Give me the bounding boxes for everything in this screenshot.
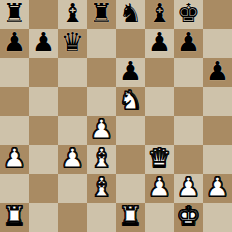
square-h1[interactable] — [203, 203, 232, 232]
square-g8[interactable]: ♚ — [174, 0, 203, 29]
square-d6[interactable] — [87, 58, 116, 87]
square-a4[interactable] — [0, 116, 29, 145]
square-a7[interactable]: ♟ — [0, 29, 29, 58]
square-f1[interactable] — [145, 203, 174, 232]
square-e7[interactable] — [116, 29, 145, 58]
square-e3[interactable] — [116, 145, 145, 174]
white-queen: ♛ — [148, 144, 171, 173]
white-bishop: ♝ — [90, 173, 113, 202]
black-bishop: ♝ — [148, 0, 171, 28]
square-g7[interactable]: ♟ — [174, 29, 203, 58]
square-g4[interactable] — [174, 116, 203, 145]
square-g3[interactable] — [174, 145, 203, 174]
square-a3[interactable]: ♟ — [0, 145, 29, 174]
black-pawn: ♟ — [177, 28, 200, 57]
square-d7[interactable] — [87, 29, 116, 58]
white-pawn: ♟ — [177, 173, 200, 202]
square-b7[interactable]: ♟ — [29, 29, 58, 58]
white-pawn: ♟ — [206, 173, 229, 202]
square-f6[interactable] — [145, 58, 174, 87]
square-c2[interactable] — [58, 174, 87, 203]
square-b3[interactable] — [29, 145, 58, 174]
square-e2[interactable] — [116, 174, 145, 203]
square-c4[interactable] — [58, 116, 87, 145]
black-pawn: ♟ — [119, 57, 142, 86]
square-c8[interactable]: ♝ — [58, 0, 87, 29]
square-h4[interactable] — [203, 116, 232, 145]
square-d2[interactable]: ♝ — [87, 174, 116, 203]
square-g5[interactable] — [174, 87, 203, 116]
square-b6[interactable] — [29, 58, 58, 87]
square-c7[interactable]: ♛ — [58, 29, 87, 58]
square-h7[interactable] — [203, 29, 232, 58]
square-b4[interactable] — [29, 116, 58, 145]
black-king: ♚ — [177, 0, 200, 28]
square-d5[interactable] — [87, 87, 116, 116]
white-rook: ♜ — [119, 202, 142, 231]
square-f8[interactable]: ♝ — [145, 0, 174, 29]
black-pawn: ♟ — [3, 28, 26, 57]
square-g2[interactable]: ♟ — [174, 174, 203, 203]
white-pawn: ♟ — [3, 144, 26, 173]
square-a5[interactable] — [0, 87, 29, 116]
square-f5[interactable] — [145, 87, 174, 116]
white-bishop: ♝ — [90, 144, 113, 173]
square-h2[interactable]: ♟ — [203, 174, 232, 203]
black-knight: ♞ — [119, 0, 142, 28]
white-king: ♚ — [177, 202, 200, 231]
square-a2[interactable] — [0, 174, 29, 203]
square-f3[interactable]: ♛ — [145, 145, 174, 174]
square-h5[interactable] — [203, 87, 232, 116]
square-h8[interactable] — [203, 0, 232, 29]
square-g1[interactable]: ♚ — [174, 203, 203, 232]
white-rook: ♜ — [3, 202, 26, 231]
black-bishop: ♝ — [61, 0, 84, 28]
square-f7[interactable]: ♟ — [145, 29, 174, 58]
black-queen: ♛ — [61, 28, 84, 57]
square-b1[interactable] — [29, 203, 58, 232]
square-c3[interactable]: ♟ — [58, 145, 87, 174]
white-pawn: ♟ — [61, 144, 84, 173]
white-pawn: ♟ — [148, 173, 171, 202]
square-b8[interactable] — [29, 0, 58, 29]
chess-board: ♜♝♜♞♝♚♟♟♛♟♟♟♟♞♟♟♟♝♛♝♟♟♟♜♜♚ — [0, 0, 232, 232]
white-knight: ♞ — [119, 86, 142, 115]
white-pawn: ♟ — [90, 115, 113, 144]
square-a1[interactable]: ♜ — [0, 203, 29, 232]
square-d8[interactable]: ♜ — [87, 0, 116, 29]
square-e5[interactable]: ♞ — [116, 87, 145, 116]
square-b5[interactable] — [29, 87, 58, 116]
black-rook: ♜ — [90, 0, 113, 28]
square-f2[interactable]: ♟ — [145, 174, 174, 203]
square-e8[interactable]: ♞ — [116, 0, 145, 29]
square-a6[interactable] — [0, 58, 29, 87]
square-b2[interactable] — [29, 174, 58, 203]
black-rook: ♜ — [3, 0, 26, 28]
square-a8[interactable]: ♜ — [0, 0, 29, 29]
black-pawn: ♟ — [206, 57, 229, 86]
square-f4[interactable] — [145, 116, 174, 145]
square-c5[interactable] — [58, 87, 87, 116]
square-e6[interactable]: ♟ — [116, 58, 145, 87]
black-pawn: ♟ — [32, 28, 55, 57]
square-d1[interactable] — [87, 203, 116, 232]
square-h6[interactable]: ♟ — [203, 58, 232, 87]
square-d3[interactable]: ♝ — [87, 145, 116, 174]
square-g6[interactable] — [174, 58, 203, 87]
square-e4[interactable] — [116, 116, 145, 145]
black-pawn: ♟ — [148, 28, 171, 57]
square-e1[interactable]: ♜ — [116, 203, 145, 232]
square-c6[interactable] — [58, 58, 87, 87]
square-c1[interactable] — [58, 203, 87, 232]
square-h3[interactable] — [203, 145, 232, 174]
square-d4[interactable]: ♟ — [87, 116, 116, 145]
